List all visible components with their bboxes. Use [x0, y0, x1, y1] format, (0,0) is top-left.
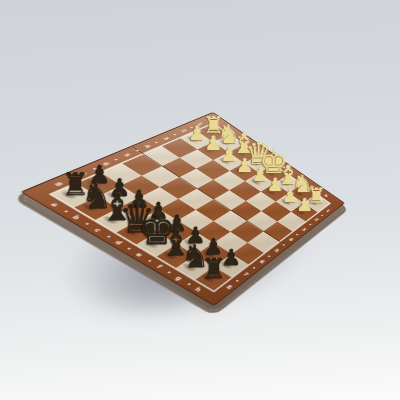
- piece-black-rook[interactable]: ♜: [174, 255, 254, 283]
- piece-white-pawn[interactable]: ♟: [264, 196, 344, 214]
- photo-scene: aa11bb22cc33dd44ee55ff66gg77hh88 ♜♞♝♛♚♝♞…: [0, 0, 400, 400]
